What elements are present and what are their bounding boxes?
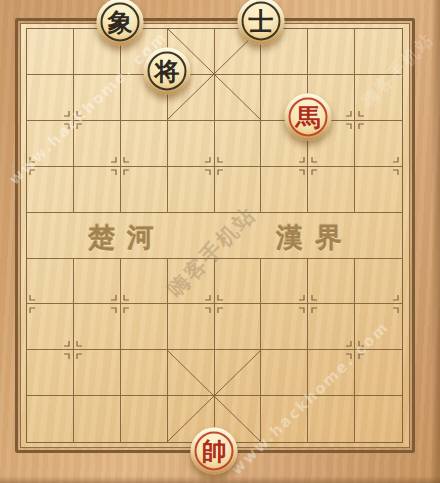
board-right-shadow bbox=[431, 0, 440, 483]
board-cell[interactable] bbox=[27, 167, 74, 213]
board-cell[interactable] bbox=[121, 167, 168, 213]
board-cell[interactable] bbox=[74, 304, 121, 350]
board-cell[interactable] bbox=[261, 167, 308, 213]
board-cell[interactable] bbox=[355, 121, 402, 167]
board-cell[interactable] bbox=[355, 167, 402, 213]
board-cell[interactable] bbox=[74, 350, 121, 396]
river-label-left: 楚河 bbox=[76, 224, 166, 251]
board-cell[interactable] bbox=[27, 121, 74, 167]
board-cell[interactable] bbox=[215, 167, 262, 213]
board-cell[interactable] bbox=[261, 304, 308, 350]
board-cell[interactable] bbox=[215, 259, 262, 305]
board-cell[interactable] bbox=[261, 259, 308, 305]
board-cell[interactable] bbox=[121, 396, 168, 442]
board-cell[interactable] bbox=[308, 304, 355, 350]
piece-black-elephant[interactable]: 象 bbox=[97, 0, 144, 46]
piece-character: 馬 bbox=[285, 94, 332, 141]
board-cell[interactable] bbox=[27, 396, 74, 442]
piece-character: 士 bbox=[238, 0, 285, 45]
piece-black-advisor[interactable]: 士 bbox=[238, 0, 285, 45]
board-cell[interactable] bbox=[261, 396, 308, 442]
piece-red-general[interactable]: 帥 bbox=[191, 428, 238, 475]
board-cell[interactable] bbox=[308, 396, 355, 442]
board-cell[interactable] bbox=[27, 75, 74, 121]
board-cell[interactable] bbox=[215, 350, 262, 396]
board-cell[interactable] bbox=[308, 167, 355, 213]
board-cell[interactable] bbox=[121, 350, 168, 396]
board-cell[interactable] bbox=[27, 29, 74, 75]
board-cell[interactable] bbox=[215, 304, 262, 350]
board-cell[interactable] bbox=[74, 167, 121, 213]
board-cell[interactable] bbox=[215, 121, 262, 167]
board-cell[interactable] bbox=[121, 259, 168, 305]
board-cell[interactable] bbox=[74, 396, 121, 442]
board-cell[interactable] bbox=[121, 304, 168, 350]
board-cell[interactable] bbox=[27, 350, 74, 396]
board-cell[interactable] bbox=[355, 259, 402, 305]
board-cell[interactable] bbox=[308, 350, 355, 396]
river-label-right: 漢界 bbox=[264, 224, 354, 251]
board-cell[interactable] bbox=[215, 75, 262, 121]
board-cell[interactable] bbox=[355, 304, 402, 350]
piece-character: 象 bbox=[97, 0, 144, 46]
board-cell[interactable] bbox=[355, 396, 402, 442]
board-cell[interactable] bbox=[74, 259, 121, 305]
board-cell[interactable] bbox=[308, 29, 355, 75]
xiangqi-board-screen: 楚河 漢界 www.hackhome. com嗨客手机站www.hackhome… bbox=[0, 0, 440, 483]
board-cell[interactable] bbox=[74, 75, 121, 121]
board-cell[interactable] bbox=[168, 350, 215, 396]
piece-character: 帥 bbox=[191, 428, 238, 475]
board-cell[interactable] bbox=[168, 259, 215, 305]
board-cell[interactable] bbox=[355, 29, 402, 75]
board-cell[interactable] bbox=[74, 121, 121, 167]
board-cell[interactable] bbox=[27, 304, 74, 350]
piece-red-horse[interactable]: 馬 bbox=[285, 94, 332, 141]
board-cell[interactable] bbox=[121, 121, 168, 167]
piece-character: 将 bbox=[144, 48, 191, 95]
board-cell[interactable] bbox=[168, 121, 215, 167]
board-cell[interactable] bbox=[308, 259, 355, 305]
board-cell[interactable] bbox=[355, 75, 402, 121]
board-bottom-shadow bbox=[0, 476, 440, 483]
board-cell[interactable] bbox=[168, 167, 215, 213]
board-cell[interactable] bbox=[27, 259, 74, 305]
board-cell[interactable] bbox=[261, 350, 308, 396]
piece-black-general[interactable]: 将 bbox=[144, 48, 191, 95]
board-cell[interactable] bbox=[168, 304, 215, 350]
board-cell[interactable] bbox=[355, 350, 402, 396]
